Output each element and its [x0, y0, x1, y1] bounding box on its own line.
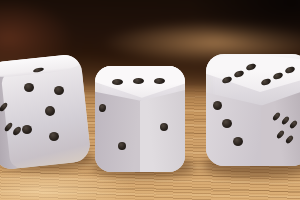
die-right [206, 54, 300, 166]
die-middle-top-face [95, 66, 185, 98]
die-left [0, 53, 91, 170]
die-middle [95, 66, 185, 172]
dice-photo-scene [0, 0, 300, 200]
die-right-top-face [206, 54, 300, 92]
die-left-front-face [1, 64, 91, 169]
